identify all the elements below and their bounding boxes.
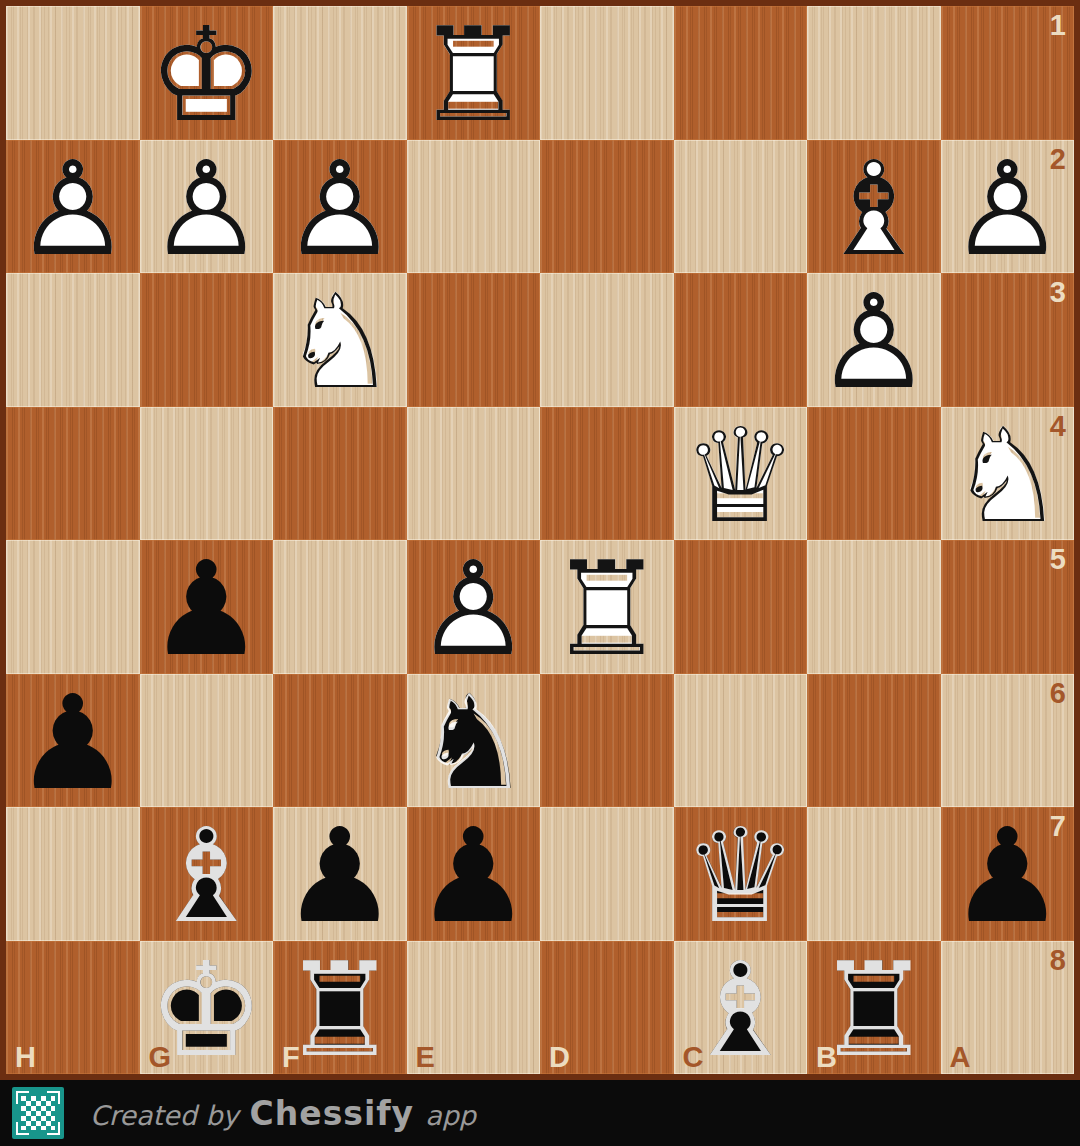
- chess-board: ♚♔♜♖1♟♙♟♙♟♙♝♗♟♙2♞♘♟♙3♛♕♞♘4♟♟♙♜♖5♟♞♘6♝♗♟♟…: [0, 0, 1080, 1080]
- white-pawn-piece: ♟♙: [273, 143, 406, 273]
- white-bishop-piece: ♝♗: [807, 143, 940, 273]
- white-pawn-piece: ♟♙: [6, 143, 139, 273]
- rank-label-8: 8: [1050, 946, 1066, 975]
- square-c7[interactable]: ♛♕: [674, 807, 808, 941]
- square-g3[interactable]: [140, 273, 274, 407]
- white-pawn-piece: ♟♙: [807, 276, 940, 406]
- square-g6[interactable]: [140, 674, 274, 808]
- black-pawn-piece: ♟: [273, 810, 406, 940]
- square-c3[interactable]: [674, 273, 808, 407]
- square-b2[interactable]: ♝♗: [807, 140, 941, 274]
- rank-label-7: 7: [1050, 812, 1066, 841]
- chessify-diagram: ♚♔♜♖1♟♙♟♙♟♙♝♗♟♙2♞♘♟♙3♛♕♞♘4♟♟♙♜♖5♟♞♘6♝♗♟♟…: [0, 0, 1080, 1146]
- file-label-b: B: [816, 1043, 837, 1072]
- square-f1[interactable]: [273, 6, 407, 140]
- black-pawn-piece: ♟: [6, 677, 139, 807]
- square-d4[interactable]: [540, 407, 674, 541]
- square-a6[interactable]: 6: [941, 674, 1075, 808]
- square-c1[interactable]: [674, 6, 808, 140]
- square-e4[interactable]: [407, 407, 541, 541]
- file-label-f: F: [282, 1043, 300, 1072]
- square-h8[interactable]: H: [6, 941, 140, 1075]
- file-label-a: A: [950, 1043, 971, 1072]
- square-d6[interactable]: [540, 674, 674, 808]
- square-h6[interactable]: ♟: [6, 674, 140, 808]
- square-d3[interactable]: [540, 273, 674, 407]
- brand-name: Chessify: [250, 1094, 415, 1133]
- square-h7[interactable]: [6, 807, 140, 941]
- white-rook-piece: ♜♖: [407, 9, 540, 139]
- rank-label-6: 6: [1050, 679, 1066, 708]
- square-g8[interactable]: ♚♔G: [140, 941, 274, 1075]
- square-a3[interactable]: 3: [941, 273, 1075, 407]
- square-b5[interactable]: [807, 540, 941, 674]
- square-h4[interactable]: [6, 407, 140, 541]
- square-a5[interactable]: 5: [941, 540, 1075, 674]
- square-d5[interactable]: ♜♖: [540, 540, 674, 674]
- created-by-text: Created by: [90, 1100, 239, 1131]
- file-label-d: D: [549, 1043, 570, 1072]
- square-f4[interactable]: [273, 407, 407, 541]
- white-pawn-piece: ♟♙: [140, 143, 273, 273]
- square-e7[interactable]: ♟: [407, 807, 541, 941]
- square-e5[interactable]: ♟♙: [407, 540, 541, 674]
- footer: Created by Chessify app: [0, 1080, 1080, 1146]
- square-g2[interactable]: ♟♙: [140, 140, 274, 274]
- white-rook-piece: ♜♖: [540, 543, 673, 673]
- square-a2[interactable]: ♟♙2: [941, 140, 1075, 274]
- square-e3[interactable]: [407, 273, 541, 407]
- square-a8[interactable]: 8A: [941, 941, 1075, 1075]
- black-queen-piece: ♛♕: [674, 810, 807, 940]
- square-d7[interactable]: [540, 807, 674, 941]
- square-b6[interactable]: [807, 674, 941, 808]
- white-knight-piece: ♞♘: [273, 276, 406, 406]
- square-c5[interactable]: [674, 540, 808, 674]
- square-a7[interactable]: ♟7: [941, 807, 1075, 941]
- rank-label-3: 3: [1050, 278, 1066, 307]
- square-g5[interactable]: ♟: [140, 540, 274, 674]
- square-f8[interactable]: ♜♖F: [273, 941, 407, 1075]
- square-d8[interactable]: D: [540, 941, 674, 1075]
- square-e2[interactable]: [407, 140, 541, 274]
- square-h1[interactable]: [6, 6, 140, 140]
- square-g1[interactable]: ♚♔: [140, 6, 274, 140]
- black-knight-piece: ♞♘: [407, 677, 540, 807]
- white-queen-piece: ♛♕: [674, 410, 807, 540]
- square-h2[interactable]: ♟♙: [6, 140, 140, 274]
- square-c6[interactable]: [674, 674, 808, 808]
- file-label-c: C: [683, 1043, 704, 1072]
- white-king-piece: ♚♔: [140, 9, 273, 139]
- black-pawn-piece: ♟: [407, 810, 540, 940]
- rank-label-1: 1: [1050, 11, 1066, 40]
- app-text: app: [425, 1100, 476, 1131]
- square-g7[interactable]: ♝♗: [140, 807, 274, 941]
- square-e6[interactable]: ♞♘: [407, 674, 541, 808]
- square-h3[interactable]: [6, 273, 140, 407]
- rank-label-5: 5: [1050, 545, 1066, 574]
- black-pawn-piece: ♟: [140, 543, 273, 673]
- square-a1[interactable]: 1: [941, 6, 1075, 140]
- square-f5[interactable]: [273, 540, 407, 674]
- file-label-g: G: [149, 1043, 172, 1072]
- square-d1[interactable]: [540, 6, 674, 140]
- file-label-e: E: [416, 1043, 435, 1072]
- square-f2[interactable]: ♟♙: [273, 140, 407, 274]
- square-e1[interactable]: ♜♖: [407, 6, 541, 140]
- square-g4[interactable]: [140, 407, 274, 541]
- square-d2[interactable]: [540, 140, 674, 274]
- chessify-logo-icon: [12, 1087, 64, 1139]
- square-f7[interactable]: ♟: [273, 807, 407, 941]
- square-b4[interactable]: [807, 407, 941, 541]
- square-h5[interactable]: [6, 540, 140, 674]
- square-f6[interactable]: [273, 674, 407, 808]
- square-b7[interactable]: [807, 807, 941, 941]
- credit-line: Created by Chessify app: [90, 1094, 476, 1133]
- file-label-h: H: [15, 1043, 36, 1072]
- square-c8[interactable]: ♝♗C: [674, 941, 808, 1075]
- square-f3[interactable]: ♞♘: [273, 273, 407, 407]
- square-c4[interactable]: ♛♕: [674, 407, 808, 541]
- black-bishop-piece: ♝♗: [140, 810, 273, 940]
- rank-label-4: 4: [1050, 412, 1066, 441]
- square-b3[interactable]: ♟♙: [807, 273, 941, 407]
- white-pawn-piece: ♟♙: [407, 543, 540, 673]
- square-b1[interactable]: [807, 6, 941, 140]
- square-e8[interactable]: E: [407, 941, 541, 1075]
- square-c2[interactable]: [674, 140, 808, 274]
- rank-label-2: 2: [1050, 145, 1066, 174]
- logo-checkerboard-icon: [21, 1096, 55, 1130]
- square-a4[interactable]: ♞♘4: [941, 407, 1075, 541]
- square-b8[interactable]: ♜♖B: [807, 941, 941, 1075]
